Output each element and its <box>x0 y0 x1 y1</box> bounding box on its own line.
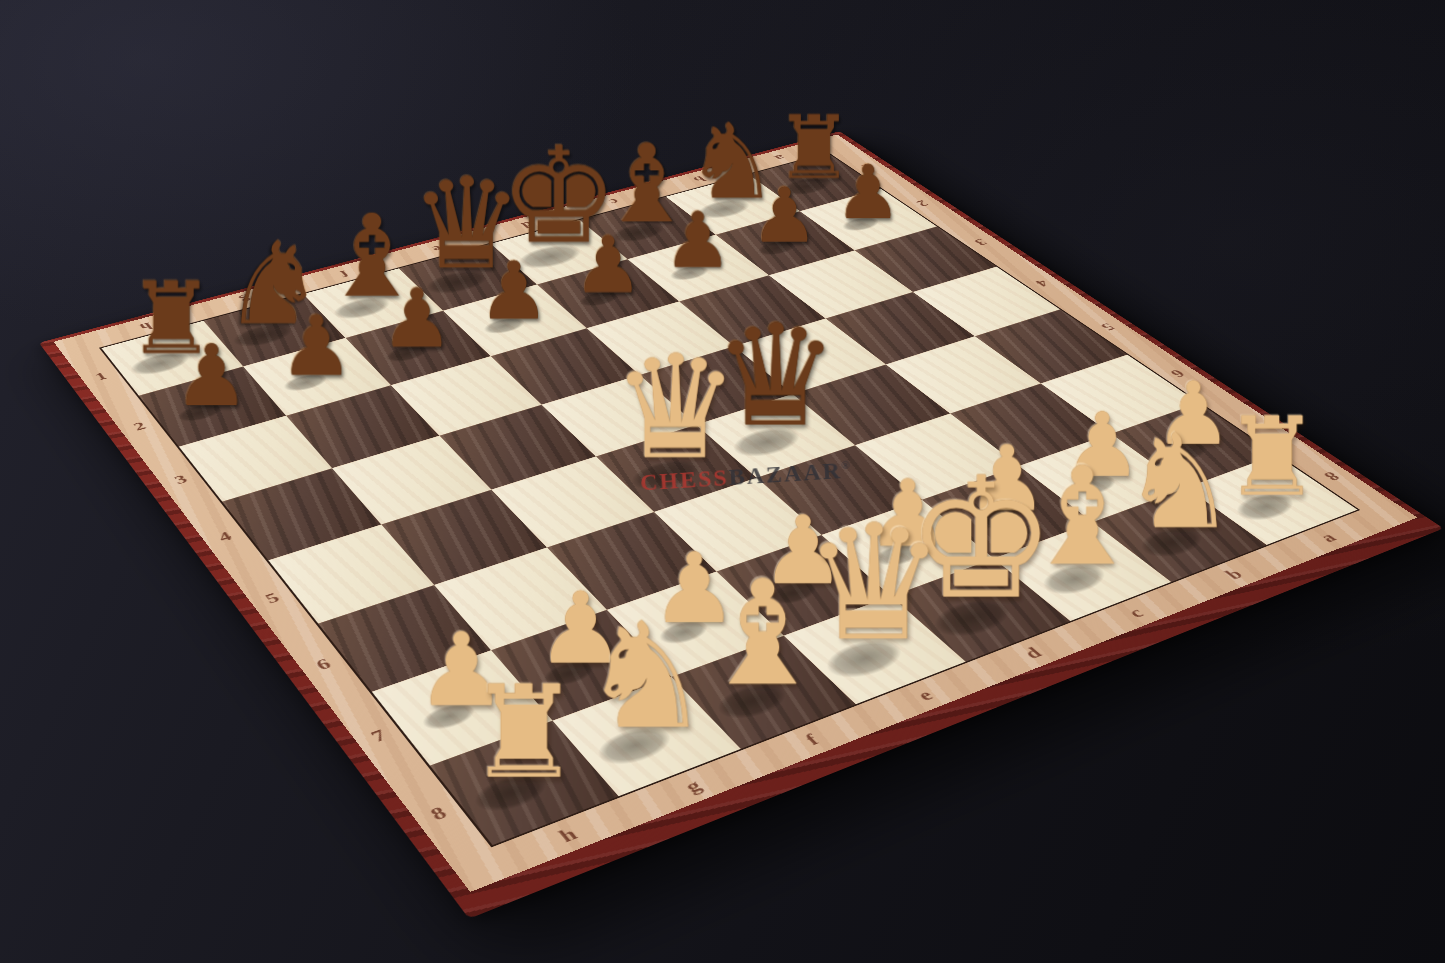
board-grid: hgfedcba1122334455667788hgfedcba♜♞♝♛♚♝♞♜… <box>54 134 1418 892</box>
rook-glyph: ♜ <box>466 669 581 797</box>
folding-chessboard: hgfedcba1122334455667788hgfedcba♜♞♝♛♚♝♞♜… <box>39 131 1444 919</box>
watermark-part2: BAZAAR <box>728 457 843 490</box>
product-photo-scene: hgfedcba1122334455667788hgfedcba♜♞♝♛♚♝♞♜… <box>0 0 1445 963</box>
knight-glyph: ♞ <box>223 227 325 341</box>
watermark-part1: CHESS <box>639 464 729 495</box>
registered-mark-icon: ® <box>841 459 850 471</box>
queen-glyph: ♛ <box>612 336 741 479</box>
